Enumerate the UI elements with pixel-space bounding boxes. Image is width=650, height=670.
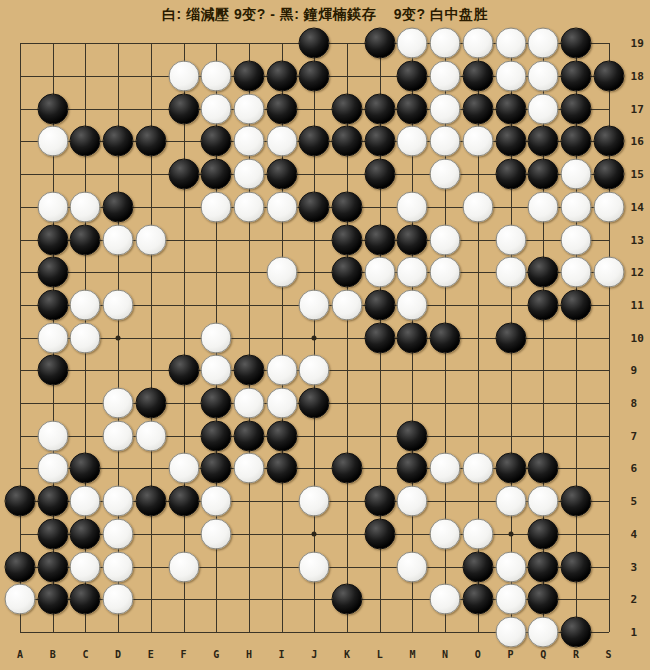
stone-white-O16 [462,126,493,157]
stone-black-E16 [135,126,166,157]
stone-black-O18 [462,61,493,92]
stone-black-B17 [37,93,68,124]
stone-black-Q15 [528,159,559,190]
stone-white-S12 [593,257,624,288]
stone-black-K6 [332,453,363,484]
stone-white-M19 [397,28,428,59]
row-label-11: 11 [631,298,644,311]
stone-black-R17 [560,93,591,124]
stone-white-D2 [103,584,134,615]
stone-white-B16 [37,126,68,157]
stone-black-D14 [103,191,134,222]
stone-black-R1 [560,616,591,647]
row-label-13: 13 [631,233,644,246]
stone-white-R12 [560,257,591,288]
stone-white-J5 [299,486,330,517]
stone-white-N19 [430,28,461,59]
stone-white-O6 [462,453,493,484]
stone-white-N6 [430,453,461,484]
stone-black-L13 [364,224,395,255]
stone-black-J8 [299,388,330,419]
stone-white-A2 [5,584,36,615]
stone-white-P2 [495,584,526,615]
stone-black-Q2 [528,584,559,615]
stone-white-P5 [495,486,526,517]
stone-black-L16 [364,126,395,157]
star-point [312,531,317,536]
stone-black-Q4 [528,518,559,549]
stone-white-G14 [201,191,232,222]
stone-white-H15 [233,159,264,190]
stone-black-I17 [266,93,297,124]
stone-black-J14 [299,191,330,222]
stone-black-G6 [201,453,232,484]
stone-white-Q18 [528,61,559,92]
stone-black-A3 [5,551,36,582]
stone-white-G9 [201,355,232,386]
stone-white-S14 [593,191,624,222]
col-label-D: D [115,649,121,660]
stone-white-Q1 [528,616,559,647]
stone-white-F18 [168,61,199,92]
stone-white-P19 [495,28,526,59]
stone-white-M16 [397,126,428,157]
col-label-H: H [246,649,252,660]
stone-black-L5 [364,486,395,517]
stone-white-N2 [430,584,461,615]
row-label-8: 8 [631,397,638,410]
stone-black-F5 [168,486,199,517]
stone-white-D5 [103,486,134,517]
stone-black-J18 [299,61,330,92]
stone-black-K16 [332,126,363,157]
stone-black-Q16 [528,126,559,157]
stone-white-D3 [103,551,134,582]
stone-black-L4 [364,518,395,549]
stone-black-P17 [495,93,526,124]
stone-black-R11 [560,289,591,320]
stone-black-F17 [168,93,199,124]
stone-white-B14 [37,191,68,222]
stone-white-P13 [495,224,526,255]
stone-white-I9 [266,355,297,386]
stone-black-G7 [201,420,232,451]
stone-black-C13 [70,224,101,255]
col-label-I: I [279,649,285,660]
stone-white-F3 [168,551,199,582]
stone-black-R19 [560,28,591,59]
row-label-16: 16 [631,135,644,148]
stone-black-K13 [332,224,363,255]
stone-white-C3 [70,551,101,582]
col-label-L: L [377,649,383,660]
row-label-18: 18 [631,70,644,83]
stone-black-R16 [560,126,591,157]
stone-black-L11 [364,289,395,320]
stone-black-I15 [266,159,297,190]
stone-white-I16 [266,126,297,157]
col-label-F: F [180,649,186,660]
stone-black-M7 [397,420,428,451]
stone-black-K17 [332,93,363,124]
stone-black-P6 [495,453,526,484]
col-label-Q: Q [540,649,546,660]
stone-white-C11 [70,289,101,320]
stone-white-R14 [560,191,591,222]
star-point [312,335,317,340]
stone-black-G8 [201,388,232,419]
stone-white-D11 [103,289,134,320]
stone-white-M5 [397,486,428,517]
stone-black-L17 [364,93,395,124]
stone-black-J16 [299,126,330,157]
stone-black-K14 [332,191,363,222]
stone-black-M6 [397,453,428,484]
stone-black-A5 [5,486,36,517]
stone-black-O3 [462,551,493,582]
stone-white-I8 [266,388,297,419]
stone-black-R3 [560,551,591,582]
stone-white-H17 [233,93,264,124]
stone-black-Q11 [528,289,559,320]
col-label-M: M [409,649,415,660]
col-label-S: S [606,649,612,660]
stone-black-B2 [37,584,68,615]
stone-black-L15 [364,159,395,190]
stone-black-R5 [560,486,591,517]
stone-white-N15 [430,159,461,190]
stone-black-O17 [462,93,493,124]
stone-black-I6 [266,453,297,484]
row-label-15: 15 [631,168,644,181]
stone-black-K2 [332,584,363,615]
stone-black-B3 [37,551,68,582]
col-label-O: O [475,649,481,660]
star-point [508,531,513,536]
stone-white-G17 [201,93,232,124]
stone-white-C5 [70,486,101,517]
stone-white-Q5 [528,486,559,517]
stone-white-B7 [37,420,68,451]
stone-black-C6 [70,453,101,484]
stone-black-D16 [103,126,134,157]
stone-white-B6 [37,453,68,484]
row-label-1: 1 [631,625,638,638]
stone-white-J9 [299,355,330,386]
col-label-E: E [148,649,154,660]
stone-white-G18 [201,61,232,92]
stone-white-G5 [201,486,232,517]
row-label-19: 19 [631,37,644,50]
stone-black-B4 [37,518,68,549]
stone-black-E8 [135,388,166,419]
stone-black-G16 [201,126,232,157]
stone-black-C2 [70,584,101,615]
stone-white-H6 [233,453,264,484]
stone-black-Q3 [528,551,559,582]
row-label-10: 10 [631,331,644,344]
stone-black-F9 [168,355,199,386]
stone-white-N17 [430,93,461,124]
stone-white-N12 [430,257,461,288]
row-label-2: 2 [631,593,638,606]
stone-white-F6 [168,453,199,484]
stone-black-L19 [364,28,395,59]
stone-white-J11 [299,289,330,320]
row-label-7: 7 [631,429,638,442]
stone-white-D8 [103,388,134,419]
stone-black-C16 [70,126,101,157]
col-label-N: N [442,649,448,660]
col-label-R: R [573,649,579,660]
stone-black-B12 [37,257,68,288]
col-label-C: C [82,649,88,660]
stone-white-B10 [37,322,68,353]
stone-white-M12 [397,257,428,288]
stone-white-E7 [135,420,166,451]
stone-white-O14 [462,191,493,222]
stone-white-R15 [560,159,591,190]
col-label-K: K [344,649,350,660]
stone-white-I14 [266,191,297,222]
stone-black-O2 [462,584,493,615]
stone-white-C10 [70,322,101,353]
col-label-G: G [213,649,219,660]
stone-white-I12 [266,257,297,288]
stone-black-M13 [397,224,428,255]
stone-white-O4 [462,518,493,549]
row-label-5: 5 [631,495,638,508]
stone-white-P12 [495,257,526,288]
col-label-P: P [507,649,513,660]
stone-white-N16 [430,126,461,157]
stone-white-J3 [299,551,330,582]
col-label-J: J [311,649,317,660]
stone-white-M11 [397,289,428,320]
stone-black-B11 [37,289,68,320]
stone-white-H14 [233,191,264,222]
stone-white-M3 [397,551,428,582]
stone-white-Q14 [528,191,559,222]
stone-black-Q6 [528,453,559,484]
stone-black-I18 [266,61,297,92]
go-board: ABCDEFGHIJKLMNOPQRS191817161514131211109… [0,0,650,670]
stone-white-C14 [70,191,101,222]
stone-black-N10 [430,322,461,353]
stone-white-P1 [495,616,526,647]
stone-black-G15 [201,159,232,190]
col-label-B: B [50,649,56,660]
stone-white-N4 [430,518,461,549]
stone-white-D13 [103,224,134,255]
stone-white-Q17 [528,93,559,124]
stone-white-H8 [233,388,264,419]
stone-black-C4 [70,518,101,549]
stone-white-K11 [332,289,363,320]
stone-white-E13 [135,224,166,255]
stone-black-S15 [593,159,624,190]
stone-white-L12 [364,257,395,288]
stone-black-P16 [495,126,526,157]
stone-white-O19 [462,28,493,59]
stone-black-R18 [560,61,591,92]
stone-white-G4 [201,518,232,549]
stone-white-N18 [430,61,461,92]
row-label-17: 17 [631,102,644,115]
stone-black-B13 [37,224,68,255]
stone-black-M18 [397,61,428,92]
stone-white-P18 [495,61,526,92]
star-point [116,335,121,340]
stone-black-H7 [233,420,264,451]
stone-black-J19 [299,28,330,59]
stone-white-N13 [430,224,461,255]
row-label-14: 14 [631,200,644,213]
stone-white-Q19 [528,28,559,59]
stone-white-P3 [495,551,526,582]
stone-black-H18 [233,61,264,92]
col-label-A: A [17,649,23,660]
stone-black-B9 [37,355,68,386]
stone-white-M14 [397,191,428,222]
stone-black-H9 [233,355,264,386]
stone-black-I7 [266,420,297,451]
stone-white-R13 [560,224,591,255]
stone-black-B5 [37,486,68,517]
stone-black-L10 [364,322,395,353]
stone-black-Q12 [528,257,559,288]
stone-black-E5 [135,486,166,517]
stone-black-S18 [593,61,624,92]
stone-white-D7 [103,420,134,451]
stone-black-S16 [593,126,624,157]
stone-black-M17 [397,93,428,124]
row-label-9: 9 [631,364,638,377]
stone-black-M10 [397,322,428,353]
row-label-3: 3 [631,560,638,573]
row-label-6: 6 [631,462,638,475]
row-label-12: 12 [631,266,644,279]
row-label-4: 4 [631,527,638,540]
stone-white-D4 [103,518,134,549]
stone-black-P15 [495,159,526,190]
stone-black-P10 [495,322,526,353]
stone-black-K12 [332,257,363,288]
stone-white-H16 [233,126,264,157]
stone-black-F15 [168,159,199,190]
stone-white-G10 [201,322,232,353]
